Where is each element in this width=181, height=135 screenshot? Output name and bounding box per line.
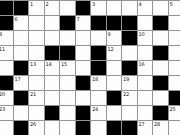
- crossword-grid: 1234567891011121314151617181920212223242…: [0, 0, 180, 135]
- crossword-cell[interactable]: [107, 1, 122, 15]
- crossword-cell[interactable]: 1: [29, 1, 44, 15]
- crossword-cell[interactable]: [45, 16, 60, 30]
- crossword-cell[interactable]: [122, 46, 137, 60]
- crossword-cell[interactable]: [29, 46, 44, 60]
- crossword-cell[interactable]: 3: [91, 1, 106, 15]
- crossword-cell[interactable]: [14, 46, 29, 60]
- crossword-cell[interactable]: 5: [169, 1, 181, 15]
- black-cell: [76, 106, 91, 120]
- crossword-cell[interactable]: [169, 16, 181, 30]
- crossword-cell[interactable]: 16: [138, 61, 153, 75]
- black-cell: [45, 106, 60, 120]
- crossword-cell[interactable]: [14, 31, 29, 45]
- clue-number: 13: [30, 62, 36, 67]
- crossword-cell[interactable]: 8: [0, 31, 13, 45]
- crossword-cell[interactable]: [45, 91, 60, 105]
- crossword-cell[interactable]: [76, 46, 91, 60]
- crossword-cell[interactable]: [169, 121, 181, 135]
- clue-number: 3: [92, 2, 95, 7]
- clue-number: 10: [139, 32, 145, 37]
- crossword-cell[interactable]: [153, 91, 168, 105]
- clue-number: 22: [123, 92, 129, 97]
- clue-number: 12: [108, 47, 114, 52]
- crossword-cell[interactable]: 6: [14, 16, 29, 30]
- crossword-cell[interactable]: [29, 16, 44, 30]
- black-cell: [0, 1, 13, 15]
- crossword-cell[interactable]: [45, 31, 60, 45]
- crossword-cell[interactable]: [107, 76, 122, 90]
- crossword-cell[interactable]: 9: [107, 31, 122, 45]
- clue-number: 11: [0, 47, 5, 52]
- crossword-cell[interactable]: [60, 121, 75, 135]
- crossword-cell[interactable]: 20: [0, 91, 13, 105]
- crossword-cell[interactable]: [60, 106, 75, 120]
- clue-number: 6: [15, 17, 18, 22]
- crossword-cell[interactable]: [138, 76, 153, 90]
- black-cell: [60, 46, 75, 60]
- crossword-cell[interactable]: [153, 61, 168, 75]
- crossword-cell[interactable]: [169, 76, 181, 90]
- crossword-cell[interactable]: 23: [0, 106, 13, 120]
- crossword-cell[interactable]: [138, 106, 153, 120]
- crossword-cell[interactable]: 22: [122, 91, 137, 105]
- black-cell: [91, 46, 106, 60]
- clue-number: 19: [123, 77, 129, 82]
- clue-number: 2: [46, 2, 49, 7]
- crossword-cell[interactable]: 14: [45, 61, 60, 75]
- clue-number: 4: [139, 2, 142, 7]
- black-cell: [107, 16, 122, 30]
- crossword-cell[interactable]: [76, 31, 91, 45]
- crossword-cell[interactable]: [76, 61, 91, 75]
- clue-number: 16: [139, 62, 145, 67]
- clue-number: 14: [46, 62, 52, 67]
- clue-number: 8: [0, 32, 2, 37]
- black-cell: [76, 1, 91, 15]
- black-cell: [107, 121, 122, 135]
- black-cell: [153, 16, 168, 30]
- black-cell: [122, 61, 137, 75]
- black-cell: [0, 16, 13, 30]
- crossword-cell[interactable]: [122, 106, 137, 120]
- crossword-cell[interactable]: [122, 1, 137, 15]
- black-cell: [76, 76, 91, 90]
- clue-number: 7: [77, 17, 80, 22]
- crossword-cell[interactable]: 27: [138, 121, 153, 135]
- crossword-cell[interactable]: [45, 76, 60, 90]
- crossword-cell[interactable]: [14, 106, 29, 120]
- crossword-cell[interactable]: [107, 61, 122, 75]
- clue-number: 20: [0, 92, 5, 97]
- crossword-cell[interactable]: [0, 61, 13, 75]
- crossword-cell[interactable]: 21: [29, 91, 44, 105]
- crossword-puzzle: 1234567891011121314151617181920212223242…: [0, 0, 180, 135]
- black-cell: [153, 46, 168, 60]
- clue-number: 25: [170, 107, 176, 112]
- black-cell: [122, 121, 137, 135]
- black-cell: [122, 31, 137, 45]
- crossword-cell[interactable]: [91, 91, 106, 105]
- clue-number: 28: [154, 122, 160, 127]
- black-cell: [0, 76, 13, 90]
- clue-number: 26: [30, 122, 36, 127]
- crossword-cell[interactable]: [29, 31, 44, 45]
- crossword-cell[interactable]: 12: [107, 46, 122, 60]
- clue-number: 27: [139, 122, 145, 127]
- black-cell: [60, 16, 75, 30]
- clue-number: 23: [0, 107, 5, 112]
- black-cell: [76, 121, 91, 135]
- black-cell: [14, 121, 29, 135]
- black-cell: [107, 91, 122, 105]
- black-cell: [14, 61, 29, 75]
- black-cell: [91, 16, 106, 30]
- crossword-cell[interactable]: [138, 91, 153, 105]
- black-cell: [153, 76, 168, 90]
- black-cell: [169, 91, 181, 105]
- clue-number: 9: [108, 32, 111, 37]
- crossword-cell[interactable]: [45, 121, 60, 135]
- crossword-cell[interactable]: [76, 91, 91, 105]
- crossword-cell[interactable]: 17: [14, 76, 29, 90]
- crossword-cell[interactable]: [60, 91, 75, 105]
- crossword-cell[interactable]: [153, 31, 168, 45]
- crossword-cell[interactable]: 25: [169, 106, 181, 120]
- crossword-cell[interactable]: 19: [122, 76, 137, 90]
- crossword-cell[interactable]: 11: [0, 46, 13, 60]
- crossword-cell[interactable]: [169, 31, 181, 45]
- black-cell: [153, 106, 168, 120]
- clue-number: 24: [92, 107, 98, 112]
- clue-number: 18: [92, 77, 98, 82]
- crossword-cell[interactable]: 18: [91, 76, 106, 90]
- black-cell: [14, 1, 29, 15]
- crossword-cell[interactable]: 28: [153, 121, 168, 135]
- crossword-cell[interactable]: 10: [138, 31, 153, 45]
- crossword-cell[interactable]: 15: [60, 61, 75, 75]
- crossword-cell[interactable]: [60, 31, 75, 45]
- crossword-cell[interactable]: [60, 76, 75, 90]
- crossword-cell[interactable]: [138, 16, 153, 30]
- crossword-cell[interactable]: 7: [76, 16, 91, 30]
- black-cell: [14, 91, 29, 105]
- black-cell: [122, 16, 137, 30]
- crossword-cell[interactable]: [153, 1, 168, 15]
- clue-number: 1: [30, 2, 33, 7]
- crossword-cell[interactable]: [169, 46, 181, 60]
- crossword-cell[interactable]: [107, 106, 122, 120]
- crossword-cell[interactable]: 13: [29, 61, 44, 75]
- crossword-cell[interactable]: 26: [29, 121, 44, 135]
- crossword-cell[interactable]: [0, 121, 13, 135]
- crossword-cell[interactable]: 24: [91, 106, 106, 120]
- crossword-cell[interactable]: 4: [138, 1, 153, 15]
- clue-number: 17: [15, 77, 21, 82]
- crossword-cell[interactable]: [169, 61, 181, 75]
- black-cell: [91, 61, 106, 75]
- clue-number: 5: [170, 2, 173, 7]
- crossword-cell[interactable]: [138, 46, 153, 60]
- crossword-cell[interactable]: [29, 76, 44, 90]
- crossword-cell[interactable]: [91, 121, 106, 135]
- black-cell: [45, 46, 60, 60]
- crossword-cell[interactable]: [29, 106, 44, 120]
- crossword-cell[interactable]: [60, 1, 75, 15]
- clue-number: 21: [30, 92, 36, 97]
- clue-number: 15: [61, 62, 67, 67]
- crossword-cell[interactable]: 2: [45, 1, 60, 15]
- crossword-cell[interactable]: [91, 31, 106, 45]
